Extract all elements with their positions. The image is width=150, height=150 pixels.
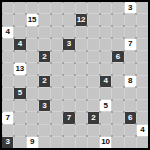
clue-number: 10 (101, 138, 110, 146)
cell-r4-c11[interactable] (137, 51, 148, 62)
cell-r2-c3[interactable] (39, 27, 50, 38)
cell-r6-c11[interactable] (137, 76, 148, 87)
cell-r4-c5[interactable] (63, 51, 74, 62)
cell-r10-c3[interactable] (39, 125, 50, 136)
cell-r11-c7[interactable] (88, 137, 99, 148)
cell-r7-c5[interactable] (63, 88, 74, 99)
cell-r4-c8[interactable] (100, 51, 111, 62)
cell-r2-c2[interactable] (27, 27, 38, 38)
cell-r10-c6[interactable] (76, 125, 87, 136)
clue-number: 5 (103, 102, 107, 110)
clue-number: 4 (140, 126, 144, 134)
cell-r2-c9[interactable] (112, 27, 123, 38)
cell-r9-c11[interactable] (137, 112, 148, 123)
cell-r8-c11[interactable] (137, 100, 148, 111)
cell-r5-c7[interactable] (88, 63, 99, 74)
cell-r8-c6[interactable] (76, 100, 87, 111)
cell-r9-c3[interactable] (39, 112, 50, 123)
cell-r3-c4[interactable] (51, 39, 62, 50)
cell-r10-c11[interactable]: 4 (137, 125, 148, 136)
cell-r0-c10[interactable]: 3 (125, 2, 136, 13)
cell-r10-c7[interactable] (88, 125, 99, 136)
cell-r3-c10[interactable]: 7 (125, 39, 136, 50)
cell-r1-c6[interactable]: 12 (76, 14, 87, 25)
cell-r2-c5[interactable] (63, 27, 74, 38)
cell-r8-c0[interactable] (2, 100, 13, 111)
clue-number: 7 (5, 114, 9, 122)
cell-r1-c3[interactable] (39, 14, 50, 25)
cell-r10-c8[interactable] (100, 125, 111, 136)
cell-r8-c9[interactable] (112, 100, 123, 111)
cell-r0-c8[interactable] (100, 2, 111, 13)
cell-r0-c2[interactable] (27, 2, 38, 13)
cell-r2-c10[interactable] (125, 27, 136, 38)
cell-r11-c2[interactable]: 9 (27, 137, 38, 148)
cell-r3-c8[interactable] (100, 39, 111, 50)
cell-r11-c9[interactable] (112, 137, 123, 148)
cell-r5-c6[interactable] (76, 63, 87, 74)
cell-r1-c11[interactable] (137, 14, 148, 25)
cell-r1-c10[interactable] (125, 14, 136, 25)
cell-r7-c2[interactable] (27, 88, 38, 99)
cell-r11-c0[interactable]: 3 (2, 137, 13, 148)
cell-r4-c7[interactable] (88, 51, 99, 62)
cell-r7-c1[interactable]: 5 (14, 88, 25, 99)
cell-r7-c6[interactable] (76, 88, 87, 99)
cell-r2-c4[interactable] (51, 27, 62, 38)
cell-r3-c7[interactable] (88, 39, 99, 50)
cell-r6-c3[interactable]: 2 (39, 76, 50, 87)
cell-r7-c3[interactable] (39, 88, 50, 99)
cell-r0-c0[interactable] (2, 2, 13, 13)
cell-r11-c8[interactable]: 10 (100, 137, 111, 148)
clue-number: 9 (30, 138, 34, 146)
cell-r0-c7[interactable] (88, 2, 99, 13)
cell-r1-c2[interactable]: 15 (27, 14, 38, 25)
cell-r4-c9[interactable]: 6 (112, 51, 123, 62)
clue-number: 5 (18, 89, 22, 97)
cell-r3-c1[interactable]: 4 (14, 39, 25, 50)
cell-r1-c0[interactable] (2, 14, 13, 25)
cell-r1-c5[interactable] (63, 14, 74, 25)
cell-r10-c5[interactable] (63, 125, 74, 136)
cell-r2-c0[interactable]: 4 (2, 27, 13, 38)
cell-r8-c1[interactable] (14, 100, 25, 111)
cell-r8-c2[interactable] (27, 100, 38, 111)
cell-r11-c10[interactable] (125, 137, 136, 148)
clue-number: 8 (128, 77, 132, 85)
cell-r2-c11[interactable] (137, 27, 148, 38)
puzzle-board: 3151244372613248535772643910 (2, 2, 148, 148)
cell-r0-c6[interactable] (76, 2, 87, 13)
cell-r5-c11[interactable] (137, 63, 148, 74)
cell-r9-c4[interactable] (51, 112, 62, 123)
cell-r5-c8[interactable] (100, 63, 111, 74)
cell-r5-c3[interactable] (39, 63, 50, 74)
cell-r7-c8[interactable] (100, 88, 111, 99)
cell-r8-c5[interactable] (63, 100, 74, 111)
cell-r0-c3[interactable] (39, 2, 50, 13)
puzzle-board-frame: 3151244372613248535772643910 (0, 0, 150, 150)
cell-r0-c9[interactable] (112, 2, 123, 13)
cell-r1-c4[interactable] (51, 14, 62, 25)
clue-number: 2 (42, 77, 46, 85)
cell-r6-c0[interactable] (2, 76, 13, 87)
cell-r4-c10[interactable] (125, 51, 136, 62)
cell-r11-c4[interactable] (51, 137, 62, 148)
cell-r10-c0[interactable] (2, 125, 13, 136)
cell-r6-c4[interactable] (51, 76, 62, 87)
cell-r0-c4[interactable] (51, 2, 62, 13)
cell-r3-c3[interactable] (39, 39, 50, 50)
cell-r9-c7[interactable]: 2 (88, 112, 99, 123)
cell-r9-c2[interactable] (27, 112, 38, 123)
cell-r1-c1[interactable] (14, 14, 25, 25)
cell-r10-c9[interactable] (112, 125, 123, 136)
cell-r7-c4[interactable] (51, 88, 62, 99)
cell-r6-c5[interactable] (63, 76, 74, 87)
cell-r0-c11[interactable] (137, 2, 148, 13)
cell-r4-c4[interactable] (51, 51, 62, 62)
cell-r9-c9[interactable] (112, 112, 123, 123)
cell-r6-c8[interactable]: 4 (100, 76, 111, 87)
cell-r6-c1[interactable] (14, 76, 25, 87)
cell-r3-c2[interactable] (27, 39, 38, 50)
clue-number: 3 (128, 4, 132, 12)
cell-r7-c0[interactable] (2, 88, 13, 99)
clue-number: 3 (5, 138, 9, 146)
clue-number: 15 (28, 16, 37, 24)
cell-r8-c8[interactable]: 5 (100, 100, 111, 111)
cell-r6-c9[interactable] (112, 76, 123, 87)
cell-r8-c4[interactable] (51, 100, 62, 111)
cell-r11-c3[interactable] (39, 137, 50, 148)
cell-r9-c8[interactable] (100, 112, 111, 123)
cell-r10-c10[interactable] (125, 125, 136, 136)
cell-r6-c7[interactable] (88, 76, 99, 87)
cell-r1-c7[interactable] (88, 14, 99, 25)
clue-number: 12 (77, 16, 86, 24)
cell-r6-c2[interactable] (27, 76, 38, 87)
clue-number: 4 (5, 28, 9, 36)
cell-r11-c11[interactable] (137, 137, 148, 148)
cell-r4-c1[interactable] (14, 51, 25, 62)
clue-number: 6 (128, 114, 132, 122)
cell-r9-c10[interactable]: 6 (125, 112, 136, 123)
cell-r8-c3[interactable]: 3 (39, 100, 50, 111)
cell-r0-c5[interactable] (63, 2, 74, 13)
cell-r7-c7[interactable] (88, 88, 99, 99)
clue-number: 7 (67, 114, 71, 122)
cell-r6-c10[interactable]: 8 (125, 76, 136, 87)
cell-r5-c10[interactable] (125, 63, 136, 74)
cell-r5-c2[interactable] (27, 63, 38, 74)
cell-r10-c1[interactable] (14, 125, 25, 136)
cell-r3-c9[interactable] (112, 39, 123, 50)
clue-number: 2 (42, 53, 46, 61)
cell-r3-c0[interactable] (2, 39, 13, 50)
cell-r4-c0[interactable] (2, 51, 13, 62)
clue-number: 4 (18, 40, 22, 48)
cell-r3-c11[interactable] (137, 39, 148, 50)
cell-r1-c9[interactable] (112, 14, 123, 25)
cell-r3-c6[interactable] (76, 39, 87, 50)
cell-r11-c1[interactable] (14, 137, 25, 148)
cell-r9-c0[interactable]: 7 (2, 112, 13, 123)
clue-number: 3 (67, 40, 71, 48)
cell-r3-c5[interactable]: 3 (63, 39, 74, 50)
cell-r9-c6[interactable] (76, 112, 87, 123)
cell-r0-c1[interactable] (14, 2, 25, 13)
clue-number: 4 (103, 77, 107, 85)
cell-r7-c10[interactable] (125, 88, 136, 99)
cell-r2-c7[interactable] (88, 27, 99, 38)
cell-r4-c2[interactable] (27, 51, 38, 62)
cell-r9-c1[interactable] (14, 112, 25, 123)
cell-r6-c6[interactable] (76, 76, 87, 87)
clue-number: 3 (42, 102, 46, 110)
cell-r8-c7[interactable] (88, 100, 99, 111)
cell-r2-c6[interactable] (76, 27, 87, 38)
cell-r11-c6[interactable] (76, 137, 87, 148)
cell-r2-c8[interactable] (100, 27, 111, 38)
cell-r10-c4[interactable] (51, 125, 62, 136)
cell-r5-c4[interactable] (51, 63, 62, 74)
cell-r11-c5[interactable] (63, 137, 74, 148)
cell-r4-c6[interactable] (76, 51, 87, 62)
cell-r10-c2[interactable] (27, 125, 38, 136)
cell-r8-c10[interactable] (125, 100, 136, 111)
cell-r1-c8[interactable] (100, 14, 111, 25)
cell-r4-c3[interactable]: 2 (39, 51, 50, 62)
cell-r5-c0[interactable] (2, 63, 13, 74)
clue-number: 13 (15, 65, 24, 73)
cell-r2-c1[interactable] (14, 27, 25, 38)
cell-r5-c5[interactable] (63, 63, 74, 74)
cell-r5-c1[interactable]: 13 (14, 63, 25, 74)
cell-r7-c11[interactable] (137, 88, 148, 99)
cell-r5-c9[interactable] (112, 63, 123, 74)
clue-number: 6 (116, 53, 120, 61)
cell-r9-c5[interactable]: 7 (63, 112, 74, 123)
clue-number: 7 (128, 40, 132, 48)
cell-r7-c9[interactable] (112, 88, 123, 99)
clue-number: 2 (91, 114, 95, 122)
